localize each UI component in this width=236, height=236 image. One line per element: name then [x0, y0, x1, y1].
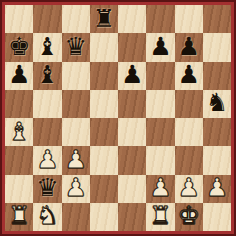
square-e5[interactable]: [118, 90, 146, 118]
square-e2[interactable]: [118, 175, 146, 203]
square-g7[interactable]: ♟: [175, 33, 203, 61]
square-f8[interactable]: [146, 5, 174, 33]
square-g2[interactable]: ♟: [175, 175, 203, 203]
piece-black-pawn[interactable]: ♟: [177, 34, 199, 59]
square-d4[interactable]: [90, 118, 118, 146]
piece-black-rook[interactable]: ♜: [93, 6, 115, 31]
square-d5[interactable]: [90, 90, 118, 118]
piece-white-knight[interactable]: ♞: [36, 203, 58, 228]
square-h6[interactable]: [203, 62, 231, 90]
square-d3[interactable]: [90, 146, 118, 174]
square-c7[interactable]: ♛: [62, 33, 90, 61]
piece-black-bishop[interactable]: ♝: [36, 34, 58, 59]
square-b6[interactable]: ♝: [33, 62, 61, 90]
square-f7[interactable]: ♟: [146, 33, 174, 61]
piece-black-pawn[interactable]: ♟: [121, 62, 143, 87]
square-c5[interactable]: [62, 90, 90, 118]
piece-black-queen[interactable]: ♛: [64, 34, 86, 59]
square-g1[interactable]: ♚: [175, 203, 203, 231]
square-b2[interactable]: ♛: [33, 175, 61, 203]
square-a7[interactable]: ♚: [5, 33, 33, 61]
piece-black-bishop[interactable]: ♝: [36, 62, 58, 87]
piece-white-king[interactable]: ♚: [177, 203, 199, 228]
square-h7[interactable]: [203, 33, 231, 61]
square-a8[interactable]: [5, 5, 33, 33]
square-b7[interactable]: ♝: [33, 33, 61, 61]
square-h1[interactable]: [203, 203, 231, 231]
square-f6[interactable]: [146, 62, 174, 90]
square-e7[interactable]: [118, 33, 146, 61]
square-a1[interactable]: ♜: [5, 203, 33, 231]
square-a2[interactable]: [5, 175, 33, 203]
square-f1[interactable]: ♜: [146, 203, 174, 231]
square-c6[interactable]: [62, 62, 90, 90]
square-d6[interactable]: [90, 62, 118, 90]
square-a4[interactable]: ♝: [5, 118, 33, 146]
square-f2[interactable]: ♟: [146, 175, 174, 203]
square-d2[interactable]: [90, 175, 118, 203]
square-h4[interactable]: [203, 118, 231, 146]
square-b5[interactable]: [33, 90, 61, 118]
square-b3[interactable]: ♟: [33, 146, 61, 174]
chess-board-frame: ♜♚♝♛♟♟♟♝♟♟♞♝♟♟♛♟♟♟♟♜♞♜♚: [0, 0, 236, 236]
square-e8[interactable]: [118, 5, 146, 33]
square-e3[interactable]: [118, 146, 146, 174]
piece-black-pawn[interactable]: ♟: [177, 62, 199, 87]
piece-white-pawn[interactable]: ♟: [149, 175, 171, 200]
piece-white-rook[interactable]: ♜: [8, 203, 30, 228]
square-e1[interactable]: [118, 203, 146, 231]
square-b1[interactable]: ♞: [33, 203, 61, 231]
square-d7[interactable]: [90, 33, 118, 61]
square-c1[interactable]: [62, 203, 90, 231]
piece-white-pawn[interactable]: ♟: [177, 175, 199, 200]
square-c8[interactable]: [62, 5, 90, 33]
square-h5[interactable]: ♞: [203, 90, 231, 118]
square-g5[interactable]: [175, 90, 203, 118]
square-b8[interactable]: [33, 5, 61, 33]
square-c3[interactable]: ♟: [62, 146, 90, 174]
piece-black-king[interactable]: ♚: [8, 34, 30, 59]
square-g6[interactable]: ♟: [175, 62, 203, 90]
square-h2[interactable]: ♟: [203, 175, 231, 203]
square-a3[interactable]: [5, 146, 33, 174]
square-g3[interactable]: [175, 146, 203, 174]
square-e6[interactable]: ♟: [118, 62, 146, 90]
square-f3[interactable]: [146, 146, 174, 174]
piece-white-pawn[interactable]: ♟: [64, 175, 86, 200]
square-d1[interactable]: [90, 203, 118, 231]
square-d8[interactable]: ♜: [90, 5, 118, 33]
square-g8[interactable]: [175, 5, 203, 33]
piece-white-pawn[interactable]: ♟: [64, 147, 86, 172]
piece-white-rook[interactable]: ♜: [149, 203, 171, 228]
piece-black-pawn[interactable]: ♟: [8, 62, 30, 87]
square-b4[interactable]: [33, 118, 61, 146]
square-g4[interactable]: [175, 118, 203, 146]
square-a6[interactable]: ♟: [5, 62, 33, 90]
square-c2[interactable]: ♟: [62, 175, 90, 203]
square-h8[interactable]: [203, 5, 231, 33]
piece-white-pawn[interactable]: ♟: [36, 147, 58, 172]
square-c4[interactable]: [62, 118, 90, 146]
piece-black-knight[interactable]: ♞: [206, 90, 228, 115]
piece-black-pawn[interactable]: ♟: [149, 34, 171, 59]
chess-board[interactable]: ♜♚♝♛♟♟♟♝♟♟♞♝♟♟♛♟♟♟♟♜♞♜♚: [5, 5, 231, 231]
square-f4[interactable]: [146, 118, 174, 146]
square-e4[interactable]: [118, 118, 146, 146]
piece-white-bishop[interactable]: ♝: [8, 119, 30, 144]
piece-black-queen[interactable]: ♛: [36, 175, 58, 200]
square-a5[interactable]: [5, 90, 33, 118]
square-f5[interactable]: [146, 90, 174, 118]
piece-white-pawn[interactable]: ♟: [206, 175, 228, 200]
square-h3[interactable]: [203, 146, 231, 174]
